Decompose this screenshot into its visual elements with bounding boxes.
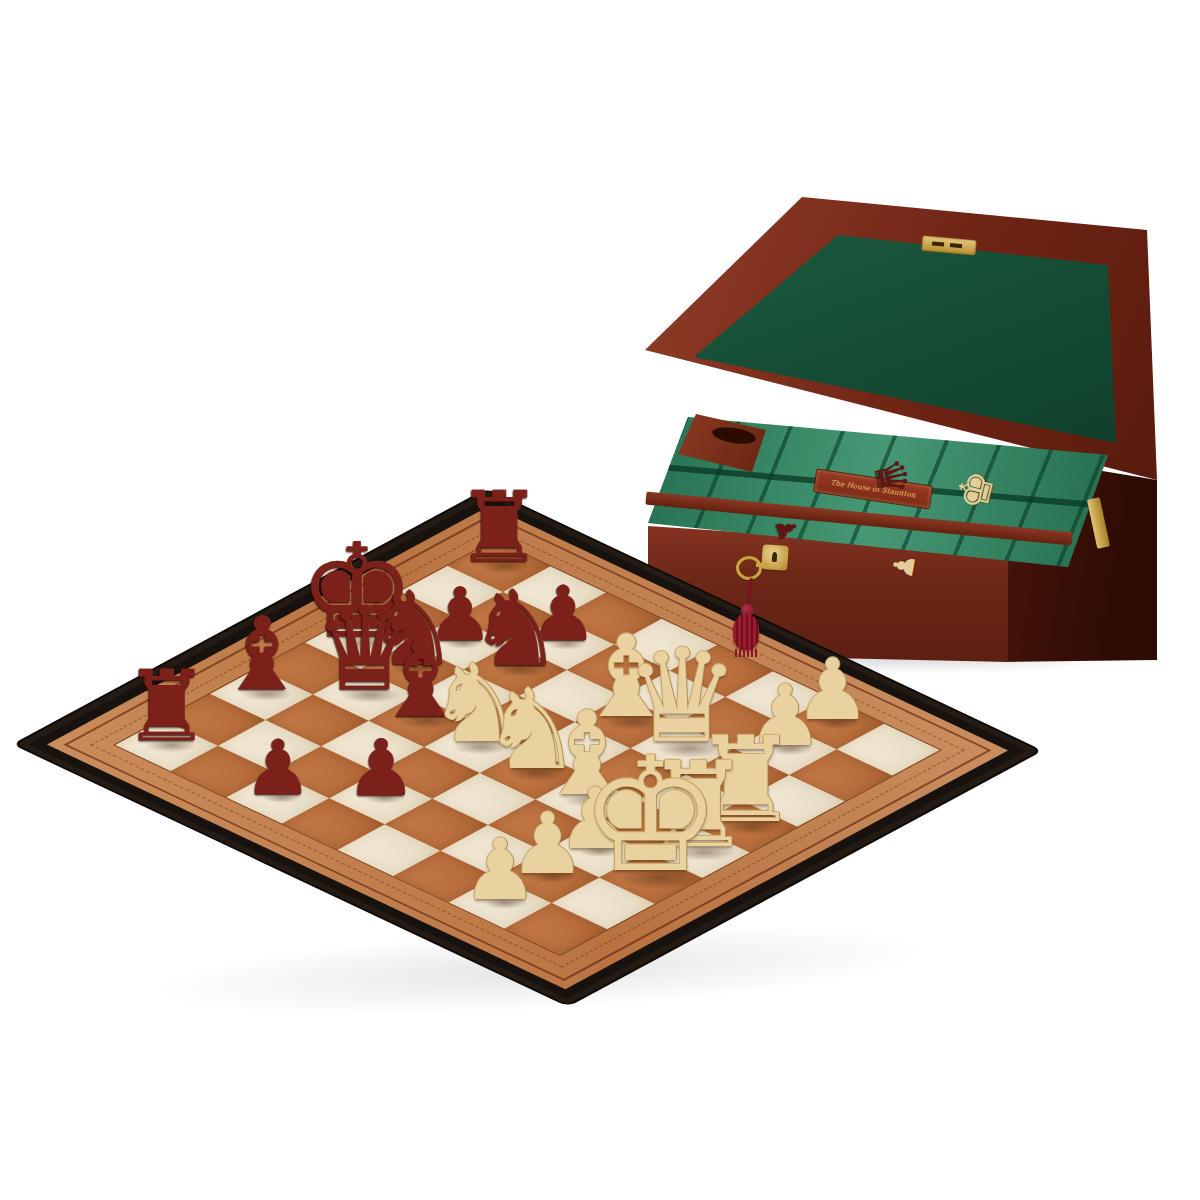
pieces-layer: ♜♝♚♜♛♞♟♟♝♞♟♟♞♞♝♝♛♟♟♟♟♟♚♜♜	[0, 0, 1200, 1200]
white-king-c1: ♚	[580, 735, 722, 893]
key-tassel	[733, 614, 759, 650]
red-bishop-c8: ♝	[216, 604, 306, 705]
product-photo-scene: The House of Staunton ♜♝♚♜♛♞♟♟♝♞♟♟♞♞♝♝♛♟…	[0, 0, 1200, 1200]
white-pawn-a2: ♟	[462, 828, 538, 913]
red-pawn-a6: ♟	[244, 731, 312, 807]
red-rook-a8: ♜	[123, 659, 210, 757]
red-pawn-b5: ♟	[346, 730, 416, 808]
red-rook-h8: ♜	[455, 479, 542, 577]
